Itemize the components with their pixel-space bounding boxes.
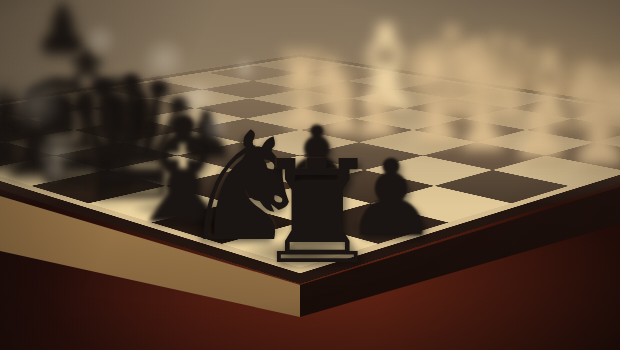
chessboard-photo: ♜♞♝♛♚♝♞♟♟♟♟♟♜♞♝♚♛♝♞♜♟♟♟♟♟♟♟ [0,0,620,350]
pieces-layer: ♜♞♝♛♚♝♞♟♟♟♟♟♜♞♝♚♛♝♞♜♟♟♟♟♟♟♟ [0,0,620,350]
white-pawn-c2[interactable]: ♟ [509,98,573,169]
white-pawn-d2[interactable]: ♟ [453,93,514,161]
white-pawn-b2[interactable]: ♟ [567,102,620,176]
black-rook-a8[interactable]: ♜ [253,141,381,284]
